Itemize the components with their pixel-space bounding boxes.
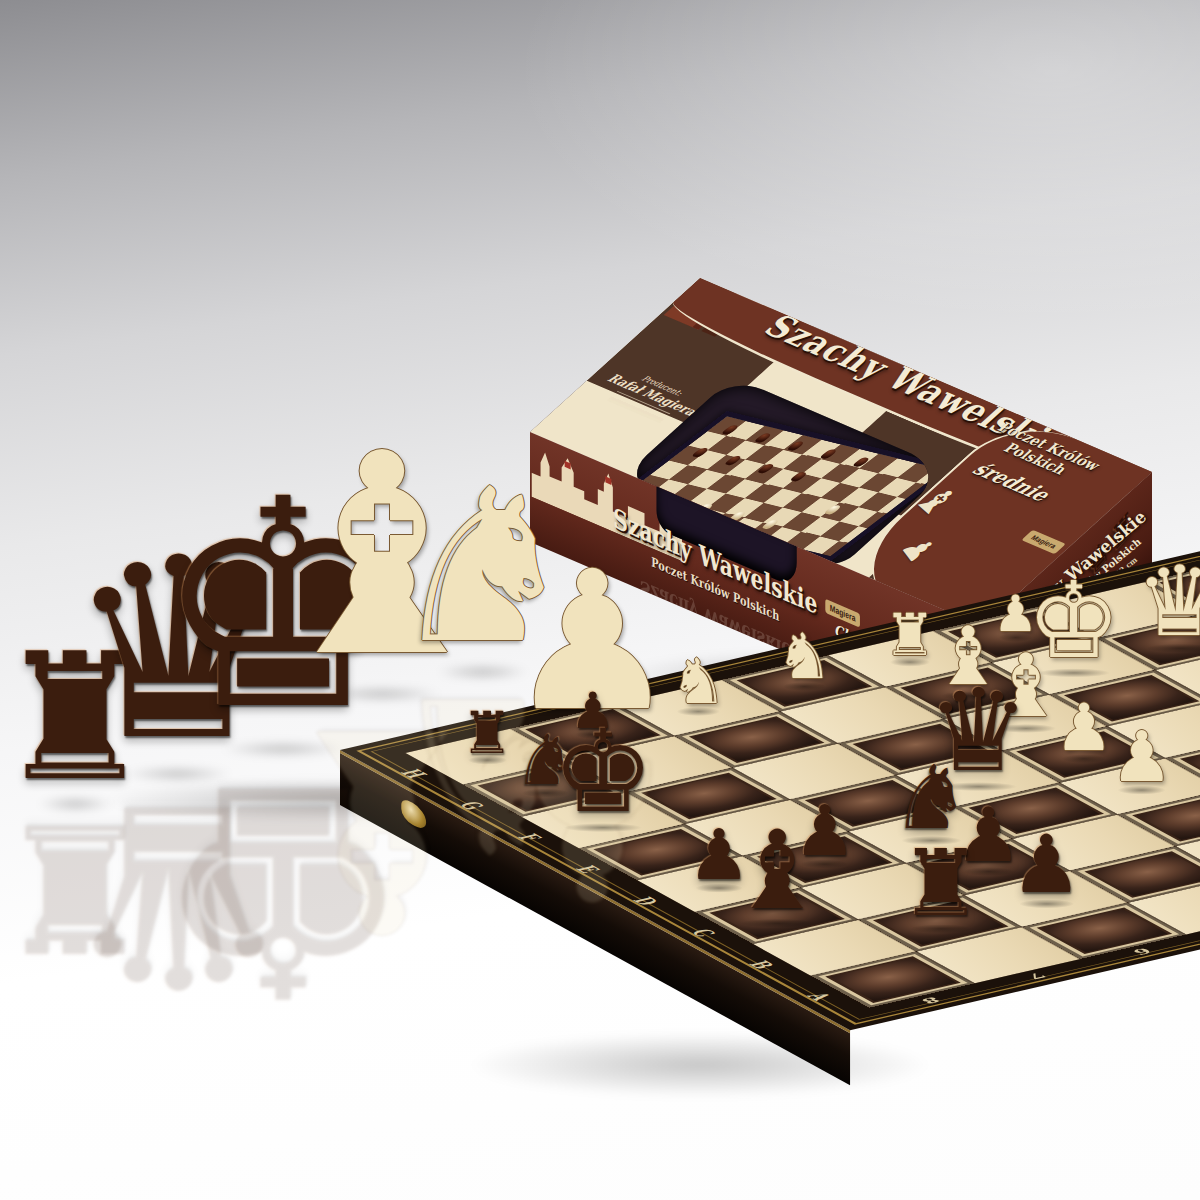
floor-shadow <box>380 1020 1020 1110</box>
mini-dark-piece <box>756 463 775 474</box>
piece-dark-b-a3: ♝ <box>728 816 826 925</box>
piece-dark-p-c2: ♟ <box>1011 825 1083 905</box>
piece-light-n-c8: ♞ <box>670 650 726 713</box>
piece-light-q-g7: ♛ <box>1136 553 1200 650</box>
mini-dark-piece <box>789 471 808 482</box>
mini-light-piece <box>823 504 842 515</box>
piece-light-r-e8: ♜ <box>884 606 936 664</box>
mini-dark-piece <box>721 425 740 436</box>
piece-dark-r-b2: ♜ <box>900 839 982 931</box>
piece-dark-k-a6: ♚ <box>552 715 654 829</box>
mini-dark-piece <box>786 441 805 452</box>
mini-dark-piece <box>724 455 743 466</box>
piece-light-p-e5: ♟ <box>1055 695 1113 760</box>
mini-light-piece <box>761 519 780 530</box>
mini-dark-piece <box>753 433 772 444</box>
piece-light-p-e4: ♟ <box>1111 722 1174 792</box>
mini-dark-piece <box>819 449 838 460</box>
mini-dark-piece <box>852 457 871 468</box>
piece-light-n-d8: ♞ <box>776 625 832 688</box>
piece-dark-r-a8: ♜ <box>461 703 513 761</box>
mini-dark-piece <box>691 447 710 458</box>
scene: Szachy Wawelskie Poczet Królów Polskich … <box>0 0 1200 1200</box>
